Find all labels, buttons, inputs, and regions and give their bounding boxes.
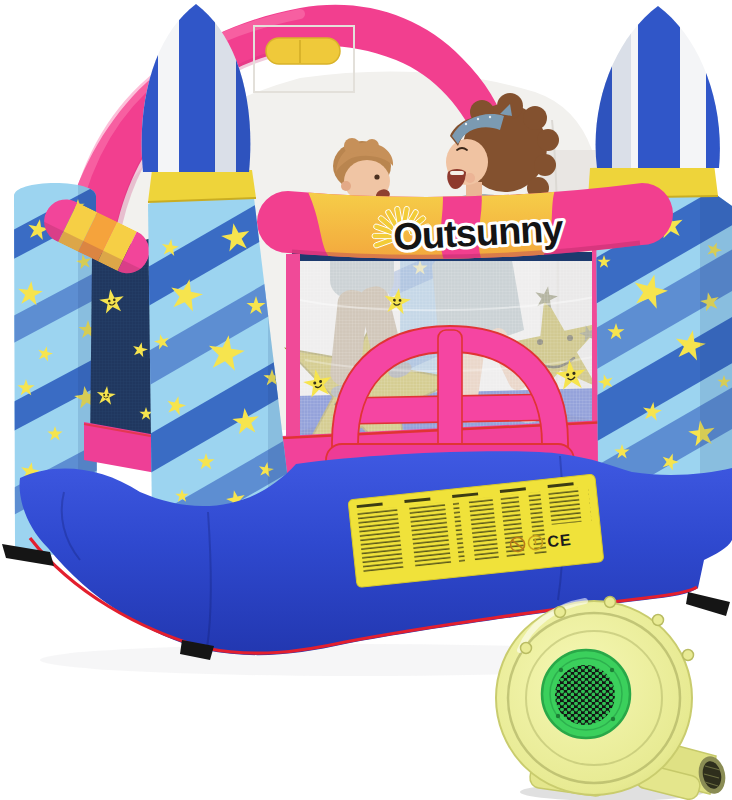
brand-logo-text: Outsunny <box>392 207 564 258</box>
scene-svg: Outsunny <box>0 0 732 800</box>
blower-grille <box>542 650 630 738</box>
right-spire-dome <box>585 0 732 170</box>
ce-mark: CE <box>547 531 573 550</box>
anchor-strap-right <box>686 592 730 616</box>
bounce-castle-product-photo: Outsunny <box>0 0 732 800</box>
left-spire-collar <box>148 170 256 202</box>
honeycomb-mesh <box>555 665 615 725</box>
air-blower <box>496 597 729 800</box>
